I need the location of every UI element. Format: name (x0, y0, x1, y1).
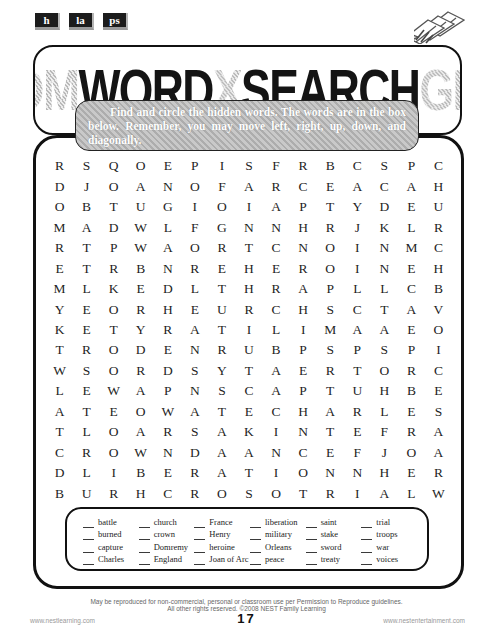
grid-cell[interactable]: C (263, 299, 290, 319)
grid-cell[interactable]: A (235, 443, 262, 463)
grid-cell[interactable]: L (371, 279, 398, 299)
grid-cell[interactable]: R (235, 299, 262, 319)
grid-cell[interactable]: I (235, 197, 262, 217)
grid-cell[interactable]: A (398, 299, 425, 319)
grid-cell[interactable]: H (290, 217, 317, 237)
grid-cell[interactable]: O (263, 484, 290, 504)
grid-cell[interactable]: R (46, 238, 73, 258)
grid-cell[interactable]: D (100, 217, 127, 237)
answer-blank[interactable] (139, 519, 150, 528)
grid-cell[interactable]: T (317, 197, 344, 217)
grid-cell[interactable]: O (181, 238, 208, 258)
grid-cell[interactable]: L (398, 217, 425, 237)
grid-cell[interactable]: O (425, 320, 452, 340)
word-list-item[interactable]: England (139, 553, 195, 565)
grid-cell[interactable]: A (46, 402, 73, 422)
grid-cell[interactable]: P (317, 279, 344, 299)
grid-cell[interactable]: C (290, 443, 317, 463)
grid-cell[interactable]: N (290, 238, 317, 258)
grid-cell[interactable]: F (344, 443, 371, 463)
grid-cell[interactable]: O (317, 238, 344, 258)
grid-cell[interactable]: H (235, 258, 262, 278)
grid-cell[interactable]: Y (208, 361, 235, 381)
grid-cell[interactable]: H (425, 258, 452, 278)
answer-blank[interactable] (139, 556, 150, 565)
grid-cell[interactable]: A (371, 320, 398, 340)
grid-cell[interactable]: F (263, 156, 290, 176)
grid-cell[interactable]: T (317, 422, 344, 442)
word-list-item[interactable]: Domremy (139, 541, 195, 553)
grid-cell[interactable]: C (290, 176, 317, 196)
grid-cell[interactable]: C (154, 484, 181, 504)
grid-cell[interactable]: E (398, 197, 425, 217)
grid-cell[interactable]: P (344, 340, 371, 360)
grid-cell[interactable]: D (127, 340, 154, 360)
grid-cell[interactable]: T (208, 402, 235, 422)
grid-cell[interactable]: R (154, 422, 181, 442)
grid-cell[interactable]: R (154, 320, 181, 340)
grid-cell[interactable]: P (290, 197, 317, 217)
grid-cell[interactable]: A (371, 484, 398, 504)
grid-cell[interactable]: M (317, 320, 344, 340)
answer-blank[interactable] (250, 531, 261, 540)
answer-blank[interactable] (306, 556, 317, 565)
grid-cell[interactable]: S (208, 381, 235, 401)
word-list-item[interactable]: military (250, 528, 306, 540)
grid-cell[interactable]: O (208, 484, 235, 504)
grid-cell[interactable]: C (344, 299, 371, 319)
grid-cell[interactable]: O (208, 197, 235, 217)
word-list-item[interactable]: crown (139, 528, 195, 540)
grid-cell[interactable]: A (181, 320, 208, 340)
answer-blank[interactable] (361, 544, 372, 553)
grid-cell[interactable]: H (425, 176, 452, 196)
grid-cell[interactable]: R (181, 258, 208, 278)
grid-cell[interactable]: A (263, 381, 290, 401)
grid-cell[interactable]: W (46, 361, 73, 381)
grid-cell[interactable]: W (100, 381, 127, 401)
answer-blank[interactable] (361, 519, 372, 528)
grid-cell[interactable]: B (425, 279, 452, 299)
grid-cell[interactable]: N (235, 217, 262, 237)
grid-cell[interactable]: W (127, 443, 154, 463)
answer-blank[interactable] (250, 544, 261, 553)
grid-cell[interactable]: C (425, 238, 452, 258)
grid-cell[interactable]: A (208, 463, 235, 483)
grid-cell[interactable]: A (208, 422, 235, 442)
grid-cell[interactable]: I (263, 463, 290, 483)
grid-cell[interactable]: A (181, 402, 208, 422)
grid-cell[interactable]: A (127, 422, 154, 442)
grid-cell[interactable]: S (73, 361, 100, 381)
grid-cell[interactable]: W (425, 484, 452, 504)
word-list-item[interactable]: capture (83, 541, 139, 553)
grid-cell[interactable]: O (100, 443, 127, 463)
grid-cell[interactable]: E (398, 320, 425, 340)
word-list-item[interactable]: heroine (194, 541, 250, 553)
grid-cell[interactable]: O (100, 361, 127, 381)
grid-cell[interactable]: R (100, 484, 127, 504)
grid-cell[interactable]: R (208, 340, 235, 360)
word-list-item[interactable]: France (194, 516, 250, 528)
grid-cell[interactable]: J (371, 443, 398, 463)
grid-cell[interactable]: A (127, 176, 154, 196)
grid-cell[interactable]: E (290, 361, 317, 381)
grid-cell[interactable]: R (317, 361, 344, 381)
grid-cell[interactable]: K (100, 279, 127, 299)
grid-cell[interactable]: C (425, 156, 452, 176)
word-list-item[interactable]: burned (83, 528, 139, 540)
word-list-item[interactable]: liberation (250, 516, 306, 528)
grid-cell[interactable]: U (73, 484, 100, 504)
answer-blank[interactable] (194, 544, 205, 553)
grid-cell[interactable]: I (263, 422, 290, 442)
grid-cell[interactable]: L (181, 279, 208, 299)
grid-cell[interactable]: Q (100, 156, 127, 176)
grid-cell[interactable]: L (73, 463, 100, 483)
answer-blank[interactable] (139, 531, 150, 540)
grid-cell[interactable]: B (398, 381, 425, 401)
grid-cell[interactable]: R (263, 279, 290, 299)
grid-cell[interactable]: R (317, 484, 344, 504)
grid-cell[interactable]: U (344, 381, 371, 401)
grid-cell[interactable]: E (208, 258, 235, 278)
grid-cell[interactable]: R (398, 361, 425, 381)
grid-cell[interactable]: T (290, 484, 317, 504)
grid-cell[interactable]: B (127, 258, 154, 278)
grid-cell[interactable]: I (344, 484, 371, 504)
grid-cell[interactable]: E (73, 320, 100, 340)
answer-blank[interactable] (83, 556, 94, 565)
answer-blank[interactable] (194, 519, 205, 528)
grid-cell[interactable]: S (371, 340, 398, 360)
grid-cell[interactable]: C (344, 156, 371, 176)
grid-cell[interactable]: T (208, 320, 235, 340)
grid-cell[interactable]: N (154, 258, 181, 278)
grid-cell[interactable]: T (73, 402, 100, 422)
grid-cell[interactable]: L (398, 484, 425, 504)
grid-cell[interactable]: E (100, 402, 127, 422)
grid-cell[interactable]: B (317, 156, 344, 176)
word-list-item[interactable]: trial (361, 516, 417, 528)
answer-blank[interactable] (306, 544, 317, 553)
grid-cell[interactable]: E (73, 381, 100, 401)
grid-cell[interactable]: D (46, 176, 73, 196)
grid-cell[interactable]: H (154, 299, 181, 319)
grid-cell[interactable]: T (100, 197, 127, 217)
grid-cell[interactable]: A (208, 443, 235, 463)
grid-cell[interactable]: E (127, 279, 154, 299)
grid-cell[interactable]: C (263, 238, 290, 258)
word-list-item[interactable]: battle (83, 516, 139, 528)
grid-cell[interactable]: T (73, 238, 100, 258)
grid-cell[interactable]: A (154, 238, 181, 258)
grid-cell[interactable]: T (235, 361, 262, 381)
grid-cell[interactable]: L (154, 217, 181, 237)
grid-cell[interactable]: I (181, 197, 208, 217)
grid-cell[interactable]: U (425, 197, 452, 217)
grid-cell[interactable]: P (398, 340, 425, 360)
grid-cell[interactable]: O (100, 422, 127, 442)
grid-cell[interactable]: C (425, 361, 452, 381)
grid-cell[interactable]: A (344, 320, 371, 340)
word-list-item[interactable]: sword (306, 541, 362, 553)
grid-cell[interactable]: P (181, 156, 208, 176)
grid-cell[interactable]: W (127, 217, 154, 237)
grid-cell[interactable]: V (425, 299, 452, 319)
grid-cell[interactable]: R (73, 340, 100, 360)
grid-cell[interactable]: I (208, 156, 235, 176)
grid-cell[interactable]: M (46, 217, 73, 237)
grid-cell[interactable]: I (290, 320, 317, 340)
grid-cell[interactable]: H (235, 279, 262, 299)
word-list-item[interactable]: Henry (194, 528, 250, 540)
grid-cell[interactable]: O (398, 443, 425, 463)
grid-cell[interactable]: E (398, 402, 425, 422)
grid-cell[interactable]: R (181, 484, 208, 504)
grid-cell[interactable]: O (181, 176, 208, 196)
grid-cell[interactable]: L (344, 279, 371, 299)
word-list-item[interactable]: Orleans (250, 541, 306, 553)
grid-cell[interactable]: B (73, 197, 100, 217)
grid-cell[interactable]: F (208, 176, 235, 196)
grid-cell[interactable]: U (235, 340, 262, 360)
answer-blank[interactable] (250, 556, 261, 565)
grid-cell[interactable]: R (46, 156, 73, 176)
grid-cell[interactable]: L (73, 422, 100, 442)
grid-cell[interactable]: N (181, 381, 208, 401)
grid-cell[interactable]: T (46, 340, 73, 360)
grid-cell[interactable]: U (127, 197, 154, 217)
grid-cell[interactable]: S (371, 156, 398, 176)
answer-blank[interactable] (361, 556, 372, 565)
grid-cell[interactable]: R (100, 258, 127, 278)
grid-cell[interactable]: H (371, 381, 398, 401)
grid-cell[interactable]: G (208, 217, 235, 237)
grid-cell[interactable]: R (290, 258, 317, 278)
grid-cell[interactable]: P (290, 340, 317, 360)
answer-blank[interactable] (83, 544, 94, 553)
grid-cell[interactable]: T (208, 279, 235, 299)
grid-cell[interactable]: T (235, 463, 262, 483)
word-list-item[interactable]: voices (361, 553, 417, 565)
grid-cell[interactable]: E (235, 402, 262, 422)
grid-cell[interactable]: G (154, 197, 181, 217)
grid-cell[interactable]: H (127, 484, 154, 504)
answer-blank[interactable] (194, 556, 205, 565)
grid-cell[interactable]: O (100, 299, 127, 319)
grid-cell[interactable]: T (371, 299, 398, 319)
grid-cell[interactable]: N (263, 217, 290, 237)
grid-cell[interactable]: C (398, 279, 425, 299)
grid-cell[interactable]: J (73, 176, 100, 196)
grid-cell[interactable]: R (425, 217, 452, 237)
word-list-item[interactable]: war (361, 541, 417, 553)
grid-cell[interactable]: S (235, 156, 262, 176)
grid-cell[interactable]: O (100, 176, 127, 196)
grid-cell[interactable]: E (398, 258, 425, 278)
grid-cell[interactable]: A (235, 176, 262, 196)
grid-cell[interactable]: Y (46, 299, 73, 319)
grid-cell[interactable]: S (425, 402, 452, 422)
word-list-item[interactable]: troops (361, 528, 417, 540)
grid-cell[interactable]: N (290, 422, 317, 442)
grid-cell[interactable]: R (127, 299, 154, 319)
word-list-item[interactable]: treaty (306, 553, 362, 565)
grid-cell[interactable]: Y (344, 197, 371, 217)
grid-cell[interactable]: E (154, 463, 181, 483)
grid-cell[interactable]: U (208, 299, 235, 319)
grid-cell[interactable]: O (317, 258, 344, 278)
answer-blank[interactable] (83, 531, 94, 540)
grid-cell[interactable]: Y (127, 320, 154, 340)
grid-cell[interactable]: R (398, 422, 425, 442)
grid-cell[interactable]: P (100, 238, 127, 258)
grid-cell[interactable]: E (398, 463, 425, 483)
grid-cell[interactable]: A (263, 197, 290, 217)
grid-cell[interactable]: D (154, 361, 181, 381)
grid-cell[interactable]: I (425, 340, 452, 360)
grid-cell[interactable]: B (46, 484, 73, 504)
grid-cell[interactable]: O (100, 340, 127, 360)
answer-blank[interactable] (306, 531, 317, 540)
grid-cell[interactable]: M (46, 279, 73, 299)
word-list-item[interactable]: saint (306, 516, 362, 528)
grid-cell[interactable]: A (425, 443, 452, 463)
word-list-item[interactable]: stake (306, 528, 362, 540)
grid-cell[interactable]: E (154, 340, 181, 360)
grid-cell[interactable]: M (398, 238, 425, 258)
grid-cell[interactable]: O (290, 463, 317, 483)
grid-cell[interactable]: A (425, 422, 452, 442)
grid-cell[interactable]: R (181, 463, 208, 483)
grid-cell[interactable]: R (73, 443, 100, 463)
word-list-item[interactable]: church (139, 516, 195, 528)
answer-blank[interactable] (83, 519, 94, 528)
grid-cell[interactable]: A (127, 381, 154, 401)
grid-cell[interactable]: L (46, 381, 73, 401)
grid-cell[interactable]: H (290, 299, 317, 319)
grid-cell[interactable]: J (344, 217, 371, 237)
grid-cell[interactable]: L (73, 279, 100, 299)
grid-cell[interactable]: C (371, 176, 398, 196)
grid-cell[interactable]: H (371, 463, 398, 483)
grid-cell[interactable]: T (344, 361, 371, 381)
grid-cell[interactable]: E (317, 443, 344, 463)
answer-blank[interactable] (250, 519, 261, 528)
grid-cell[interactable]: N (154, 176, 181, 196)
grid-cell[interactable]: A (290, 279, 317, 299)
answer-blank[interactable] (139, 544, 150, 553)
grid-cell[interactable]: H (290, 402, 317, 422)
answer-blank[interactable] (194, 531, 205, 540)
grid-cell[interactable]: K (46, 320, 73, 340)
grid-cell[interactable]: E (425, 381, 452, 401)
grid-cell[interactable]: S (181, 422, 208, 442)
word-list-item[interactable]: Joan of Arc (194, 553, 250, 565)
grid-cell[interactable]: I (100, 463, 127, 483)
grid-cell[interactable]: E (46, 258, 73, 278)
grid-cell[interactable]: W (127, 238, 154, 258)
grid-cell[interactable]: R (263, 176, 290, 196)
word-list-item[interactable]: peace (250, 553, 306, 565)
grid-cell[interactable]: T (73, 258, 100, 278)
grid-cell[interactable]: E (317, 176, 344, 196)
grid-cell[interactable]: E (181, 299, 208, 319)
grid-cell[interactable]: F (371, 422, 398, 442)
grid-cell[interactable]: N (371, 238, 398, 258)
grid-cell[interactable]: N (181, 340, 208, 360)
grid-cell[interactable]: R (425, 463, 452, 483)
grid-cell[interactable]: P (290, 381, 317, 401)
grid-cell[interactable]: D (154, 279, 181, 299)
grid-cell[interactable]: N (344, 463, 371, 483)
grid-cell[interactable]: E (154, 156, 181, 176)
grid-cell[interactable]: R (344, 402, 371, 422)
answer-blank[interactable] (306, 519, 317, 528)
grid-cell[interactable]: E (344, 422, 371, 442)
grid-cell[interactable]: L (263, 320, 290, 340)
grid-cell[interactable]: D (371, 197, 398, 217)
grid-cell[interactable]: D (181, 443, 208, 463)
grid-cell[interactable]: O (371, 361, 398, 381)
grid-cell[interactable]: I (344, 258, 371, 278)
grid-cell[interactable]: S (235, 484, 262, 504)
grid-cell[interactable]: K (371, 217, 398, 237)
grid-cell[interactable]: R (317, 217, 344, 237)
grid-cell[interactable]: R (208, 238, 235, 258)
grid-cell[interactable]: A (344, 176, 371, 196)
grid-cell[interactable]: S (73, 156, 100, 176)
grid-cell[interactable]: I (235, 320, 262, 340)
grid-cell[interactable]: A (398, 176, 425, 196)
grid-cell[interactable]: N (317, 463, 344, 483)
grid-cell[interactable]: A (263, 361, 290, 381)
grid-cell[interactable]: O (127, 402, 154, 422)
grid-cell[interactable]: C (46, 443, 73, 463)
grid-cell[interactable]: B (127, 463, 154, 483)
grid-cell[interactable]: R (127, 361, 154, 381)
word-list-item[interactable]: Charles (83, 553, 139, 565)
grid-cell[interactable]: A (317, 402, 344, 422)
grid-cell[interactable]: S (181, 361, 208, 381)
grid-cell[interactable]: K (235, 422, 262, 442)
grid-cell[interactable]: I (344, 238, 371, 258)
grid-cell[interactable]: T (100, 320, 127, 340)
grid-cell[interactable]: T (317, 381, 344, 401)
grid-cell[interactable]: A (73, 217, 100, 237)
grid-cell[interactable]: O (127, 156, 154, 176)
grid-cell[interactable]: P (154, 381, 181, 401)
grid-cell[interactable]: S (317, 299, 344, 319)
grid-cell[interactable]: E (73, 299, 100, 319)
grid-cell[interactable]: N (263, 443, 290, 463)
grid-cell[interactable]: W (154, 402, 181, 422)
grid-cell[interactable]: L (371, 402, 398, 422)
grid-cell[interactable]: D (46, 463, 73, 483)
grid-cell[interactable]: T (46, 422, 73, 442)
grid-cell[interactable]: F (181, 217, 208, 237)
grid-cell[interactable]: T (235, 238, 262, 258)
grid-cell[interactable]: C (263, 402, 290, 422)
grid-cell[interactable]: C (235, 381, 262, 401)
answer-blank[interactable] (361, 531, 372, 540)
grid-cell[interactable]: P (398, 156, 425, 176)
grid-cell[interactable]: E (263, 258, 290, 278)
grid-cell[interactable]: B (263, 340, 290, 360)
grid-cell[interactable]: R (290, 156, 317, 176)
grid-cell[interactable]: O (46, 197, 73, 217)
